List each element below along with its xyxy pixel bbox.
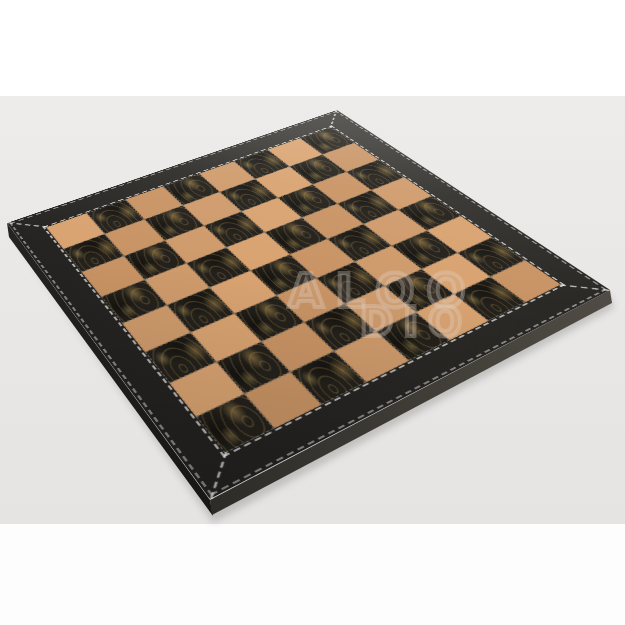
corner-stitch-left (7, 222, 47, 227)
corner-stitch-far (330, 110, 337, 128)
corner-stitch-right (559, 284, 609, 291)
product-photo-scene: ALOO DIO (0, 0, 625, 625)
